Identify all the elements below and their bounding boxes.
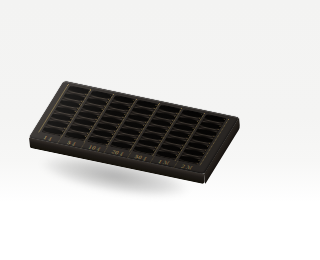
product-photo: { "game": "Coin counting board (Zählbret…	[0, 0, 260, 260]
